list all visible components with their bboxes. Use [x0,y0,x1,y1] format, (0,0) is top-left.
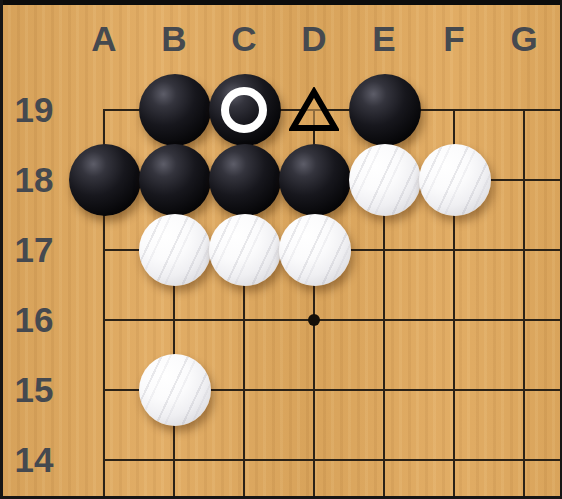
intersection-G14[interactable] [489,425,559,495]
intersection-A15[interactable] [69,355,139,425]
stone-black-B19[interactable] [139,74,211,146]
intersection-C16[interactable] [209,285,279,355]
row-label-18: 18 [0,145,68,215]
row-label-16: 16 [0,285,68,355]
col-label-G: G [489,18,559,60]
intersection-G19[interactable] [489,75,559,145]
intersection-F15[interactable] [419,355,489,425]
intersection-C18[interactable] [209,145,279,215]
row-label-19: 19 [0,75,68,145]
intersection-E19[interactable] [349,75,419,145]
intersection-B19[interactable] [139,75,209,145]
intersection-D17[interactable] [279,215,349,285]
intersection-B17[interactable] [139,215,209,285]
column-labels: ABCDEFG [69,18,559,60]
intersection-F14[interactable] [419,425,489,495]
row-label-15: 15 [0,355,68,425]
intersection-D18[interactable] [279,145,349,215]
col-label-D: D [279,18,349,60]
row-label-14: 14 [0,425,68,495]
intersection-A17[interactable] [69,215,139,285]
go-board-screenshot: ABCDEFG 191817161514 [0,0,562,499]
intersection-A14[interactable] [69,425,139,495]
stone-black-C18[interactable] [209,144,281,216]
intersection-F17[interactable] [419,215,489,285]
board-edge-left [0,0,3,499]
intersection-D14[interactable] [279,425,349,495]
row-label-17: 17 [0,215,68,285]
intersection-C19[interactable] [209,75,279,145]
intersection-F19[interactable] [419,75,489,145]
stone-black-A18[interactable] [69,144,141,216]
board-grid [69,75,559,495]
intersection-G17[interactable] [489,215,559,285]
intersection-G16[interactable] [489,285,559,355]
stone-white-E18[interactable] [349,144,421,216]
intersection-A16[interactable] [69,285,139,355]
stone-black-B18[interactable] [139,144,211,216]
stone-black-E19[interactable] [349,74,421,146]
stone-white-B15[interactable] [139,354,211,426]
intersection-D16[interactable] [279,285,349,355]
intersection-E17[interactable] [349,215,419,285]
intersection-C17[interactable] [209,215,279,285]
intersection-E15[interactable] [349,355,419,425]
intersection-A19[interactable] [69,75,139,145]
intersection-B15[interactable] [139,355,209,425]
stone-white-D17[interactable] [279,214,351,286]
intersection-A18[interactable] [69,145,139,215]
intersection-E16[interactable] [349,285,419,355]
stone-white-B17[interactable] [139,214,211,286]
star-point-D16 [308,314,320,326]
stone-white-C17[interactable] [209,214,281,286]
intersection-B18[interactable] [139,145,209,215]
intersection-G18[interactable] [489,145,559,215]
triangle-marker-D19 [289,87,339,133]
stone-white-F18[interactable] [419,144,491,216]
col-label-E: E [349,18,419,60]
intersection-B14[interactable] [139,425,209,495]
intersection-C14[interactable] [209,425,279,495]
intersection-C15[interactable] [209,355,279,425]
intersection-E14[interactable] [349,425,419,495]
circle-marker-C19 [221,87,267,133]
intersection-B16[interactable] [139,285,209,355]
col-label-F: F [419,18,489,60]
intersection-G15[interactable] [489,355,559,425]
intersection-D15[interactable] [279,355,349,425]
col-label-C: C [209,18,279,60]
top-bar [0,0,562,5]
col-label-B: B [139,18,209,60]
row-labels: 191817161514 [0,75,68,495]
col-label-A: A [69,18,139,60]
intersection-F16[interactable] [419,285,489,355]
intersection-E18[interactable] [349,145,419,215]
stone-black-D18[interactable] [279,144,351,216]
intersection-F18[interactable] [419,145,489,215]
intersection-D19[interactable] [279,75,349,145]
